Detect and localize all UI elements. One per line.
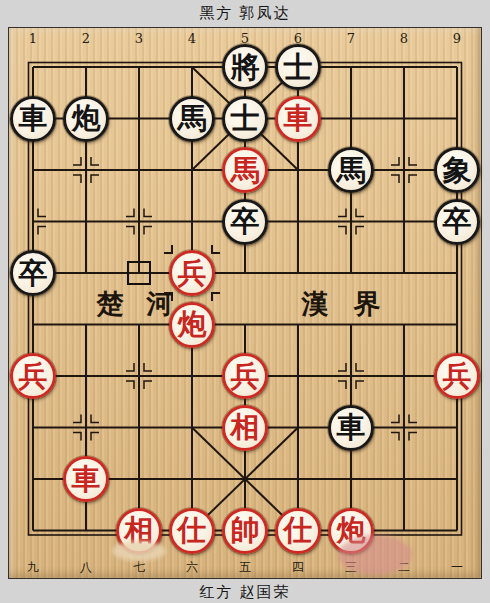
piece-black-卒[interactable]: 卒 — [434, 199, 480, 245]
last-move-to-marker — [212, 293, 220, 301]
piece-black-車[interactable]: 車 — [328, 405, 374, 451]
file-label-top-3: 3 — [135, 31, 143, 46]
piece-red-兵[interactable]: 兵 — [169, 250, 215, 296]
file-label-bottom-2: 八 — [80, 559, 92, 576]
piece-black-卒[interactable]: 卒 — [222, 199, 268, 245]
xiangqi-diagram: 黑方 郭凤达 123456789九八七六五四三二一 楚河漢界 將士車炮馬士車馬馬… — [0, 0, 490, 603]
piece-red-仕[interactable]: 仕 — [169, 508, 215, 554]
river-char-4: 界 — [354, 286, 381, 322]
file-label-bottom-1: 九 — [27, 559, 39, 576]
piece-red-仕[interactable]: 仕 — [275, 508, 321, 554]
file-label-bottom-4: 六 — [186, 559, 198, 576]
last-move-to-marker — [164, 245, 172, 253]
file-label-bottom-9: 一 — [451, 559, 463, 576]
file-label-top-7: 7 — [347, 31, 355, 46]
piece-black-車[interactable]: 車 — [10, 96, 56, 142]
file-label-bottom-6: 四 — [292, 559, 304, 576]
watermark-blob — [112, 541, 166, 561]
piece-black-士[interactable]: 士 — [275, 44, 321, 90]
file-label-top-9: 9 — [453, 31, 461, 46]
piece-black-將[interactable]: 將 — [222, 44, 268, 90]
file-label-top-8: 8 — [400, 31, 408, 46]
file-label-top-1: 1 — [29, 31, 37, 46]
piece-black-士[interactable]: 士 — [222, 96, 268, 142]
piece-red-車[interactable]: 車 — [63, 456, 109, 502]
file-label-top-4: 4 — [188, 31, 196, 46]
piece-black-炮[interactable]: 炮 — [63, 96, 109, 142]
piece-red-兵[interactable]: 兵 — [10, 353, 56, 399]
piece-red-炮[interactable]: 炮 — [169, 302, 215, 348]
piece-black-卒[interactable]: 卒 — [10, 250, 56, 296]
piece-red-馬[interactable]: 馬 — [222, 147, 268, 193]
piece-red-相[interactable]: 相 — [222, 405, 268, 451]
file-label-bottom-5: 五 — [239, 559, 251, 576]
piece-black-象[interactable]: 象 — [434, 147, 480, 193]
last-move-to-marker — [212, 245, 220, 253]
piece-red-車[interactable]: 車 — [275, 96, 321, 142]
watermark-blob — [338, 535, 412, 575]
piece-black-馬[interactable]: 馬 — [169, 96, 215, 142]
piece-red-帥[interactable]: 帥 — [222, 508, 268, 554]
river-char-1: 楚 — [97, 286, 124, 322]
piece-black-馬[interactable]: 馬 — [328, 147, 374, 193]
piece-red-兵[interactable]: 兵 — [222, 353, 268, 399]
file-label-top-2: 2 — [82, 31, 90, 46]
piece-red-兵[interactable]: 兵 — [434, 353, 480, 399]
river-char-3: 漢 — [302, 286, 329, 322]
file-label-bottom-3: 七 — [133, 559, 145, 576]
